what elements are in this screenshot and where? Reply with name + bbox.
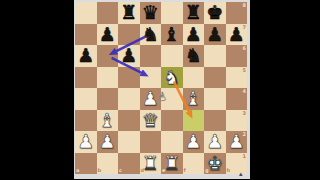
square-c8[interactable]: ♜ [118,2,140,24]
square-e2[interactable] [161,131,183,153]
square-a4[interactable] [75,88,97,110]
piece-white-rook[interactable]: ♜ [161,153,183,175]
piece-black-bishop[interactable]: ♝ [161,24,183,46]
square-e8[interactable] [161,2,183,24]
square-b6[interactable] [97,45,119,67]
square-a5[interactable] [75,67,97,89]
square-f8[interactable]: ♜ [183,2,205,24]
square-f3[interactable] [183,110,205,132]
square-a1[interactable]: a [75,153,97,175]
piece-white-queen[interactable]: ♛ [140,110,162,132]
square-a8[interactable] [75,2,97,24]
square-c7[interactable] [118,24,140,46]
square-c3[interactable] [118,110,140,132]
square-f1[interactable]: f [183,153,205,175]
square-f6[interactable]: ♞ [183,45,205,67]
square-f5[interactable] [183,67,205,89]
piece-black-pawn[interactable]: ♟ [226,24,248,46]
piece-black-queen[interactable]: ♛ [140,2,162,24]
rank-label-6: 6 [243,46,246,51]
square-g7[interactable]: ♟ [204,24,226,46]
square-a7[interactable] [75,24,97,46]
square-a2[interactable]: ♟ [75,131,97,153]
square-g8[interactable]: ♚ [204,2,226,24]
piece-white-pawn[interactable]: ♟ [204,131,226,153]
square-c4[interactable] [118,88,140,110]
square-f7[interactable]: ♟ [183,24,205,46]
square-e3[interactable] [161,110,183,132]
file-label-a: a [76,168,79,173]
square-h8[interactable]: 8 [226,2,248,24]
square-a3[interactable] [75,110,97,132]
square-e4[interactable] [161,88,183,110]
square-g2[interactable]: ♟ [204,131,226,153]
square-e1[interactable]: e♜ [161,153,183,175]
piece-white-pawn[interactable]: ♟ [140,88,162,110]
piece-black-knight[interactable]: ♞ [183,45,205,67]
piece-black-pawn[interactable]: ♟ [97,24,119,46]
square-b8[interactable] [97,2,119,24]
piece-white-rook[interactable]: ♜ [140,153,162,175]
square-e7[interactable]: ♝ [161,24,183,46]
square-f2[interactable]: ♟ [183,131,205,153]
piece-white-knight[interactable]: ♞ [161,67,183,89]
file-label-h: h [227,168,231,173]
square-h2[interactable]: 2♟ [226,131,248,153]
square-g4[interactable] [204,88,226,110]
square-d4[interactable]: ♟ [140,88,162,110]
rank-label-4: 4 [243,89,246,94]
square-e6[interactable] [161,45,183,67]
piece-black-pawn[interactable]: ♟ [204,24,226,46]
piece-white-bishop[interactable]: ♝ [183,88,205,110]
piece-black-rook[interactable]: ♜ [118,2,140,24]
resize-handle-icon: ▴ [239,170,243,178]
rank-label-3: 3 [243,111,246,116]
square-g5[interactable] [204,67,226,89]
square-d6[interactable] [140,45,162,67]
piece-white-pawn[interactable]: ♟ [226,131,248,153]
square-b5[interactable] [97,67,119,89]
square-c6[interactable]: ♟ [118,45,140,67]
chess-board[interactable]: ♜♛♜♚8♟♞♝♟♟7♟♟♟♞6♞5♟♝4♝♛3♟♟♟♟2♟abcd♜e♜fg♚… [75,2,247,174]
square-e5[interactable]: ♞ [161,67,183,89]
rank-label-1: 1 [243,154,246,159]
square-b4[interactable] [97,88,119,110]
square-b7[interactable]: ♟ [97,24,119,46]
square-h6[interactable]: 6 [226,45,248,67]
file-label-b: b [98,168,102,173]
piece-white-pawn[interactable]: ♟ [75,131,97,153]
square-d8[interactable]: ♛ [140,2,162,24]
square-g3[interactable] [204,110,226,132]
square-b3[interactable]: ♝ [97,110,119,132]
piece-white-bishop[interactable]: ♝ [97,110,119,132]
piece-black-king[interactable]: ♚ [204,2,226,24]
piece-black-pawn[interactable]: ♟ [118,45,140,67]
piece-white-pawn[interactable]: ♟ [183,131,205,153]
square-h5[interactable]: 5 [226,67,248,89]
square-f4[interactable]: ♝ [183,88,205,110]
square-g6[interactable] [204,45,226,67]
square-h3[interactable]: 3 [226,110,248,132]
square-d1[interactable]: d♜ [140,153,162,175]
square-h1[interactable]: h1 [226,153,248,175]
square-d3[interactable]: ♛ [140,110,162,132]
square-d2[interactable] [140,131,162,153]
square-c1[interactable]: c [118,153,140,175]
square-d5[interactable] [140,67,162,89]
square-d7[interactable]: ♞ [140,24,162,46]
square-h4[interactable]: 4 [226,88,248,110]
file-label-c: c [119,168,122,173]
piece-black-pawn[interactable]: ♟ [183,24,205,46]
piece-white-pawn[interactable]: ♟ [97,131,119,153]
square-b2[interactable]: ♟ [97,131,119,153]
rank-label-8: 8 [243,3,246,8]
square-h7[interactable]: 7♟ [226,24,248,46]
square-b1[interactable]: b [97,153,119,175]
rank-label-5: 5 [243,68,246,73]
square-g1[interactable]: g♚ [204,153,226,175]
square-c5[interactable] [118,67,140,89]
square-c2[interactable] [118,131,140,153]
piece-white-king[interactable]: ♚ [204,153,226,175]
piece-black-pawn[interactable]: ♟ [75,45,97,67]
square-a6[interactable]: ♟ [75,45,97,67]
piece-black-knight[interactable]: ♞ [140,24,162,46]
file-label-f: f [184,168,186,173]
piece-black-rook[interactable]: ♜ [183,2,205,24]
